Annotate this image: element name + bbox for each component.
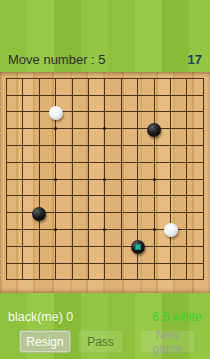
intersection[interactable] [80, 238, 96, 255]
intersection[interactable] [146, 255, 162, 272]
intersection[interactable] [146, 171, 162, 188]
intersection[interactable] [130, 137, 146, 154]
intersection[interactable] [15, 271, 31, 288]
intersection[interactable] [64, 137, 80, 154]
intersection[interactable] [97, 87, 113, 104]
intersection[interactable] [80, 187, 96, 204]
star-point [54, 127, 57, 130]
intersection[interactable] [195, 104, 210, 121]
move-number-label: Move number : 5 [8, 52, 106, 68]
intersection[interactable] [64, 87, 80, 104]
intersection[interactable] [80, 120, 96, 137]
intersection[interactable] [130, 204, 146, 221]
intersection[interactable] [113, 187, 129, 204]
intersection[interactable] [195, 171, 210, 188]
intersection[interactable] [195, 238, 210, 255]
intersection[interactable] [31, 137, 47, 154]
intersection[interactable] [130, 104, 146, 121]
intersection[interactable] [130, 255, 146, 272]
intersection[interactable] [97, 271, 113, 288]
intersection[interactable] [146, 72, 162, 87]
intersection[interactable] [162, 187, 178, 204]
intersection[interactable] [31, 87, 47, 104]
intersection[interactable] [146, 238, 162, 255]
intersection[interactable] [64, 221, 80, 238]
intersection[interactable] [162, 171, 178, 188]
intersection[interactable] [31, 187, 47, 204]
intersection[interactable] [179, 204, 195, 221]
intersection[interactable] [113, 154, 129, 171]
intersection[interactable] [179, 238, 195, 255]
intersection[interactable] [64, 120, 80, 137]
intersection[interactable] [195, 271, 210, 288]
intersection[interactable] [15, 87, 31, 104]
intersection[interactable] [64, 104, 80, 121]
intersection[interactable] [97, 120, 113, 137]
intersection[interactable] [80, 171, 96, 188]
intersection[interactable] [179, 120, 195, 137]
intersection[interactable] [130, 171, 146, 188]
intersection[interactable] [97, 255, 113, 272]
star-point [153, 228, 156, 231]
intersection[interactable] [113, 271, 129, 288]
intersection[interactable] [113, 238, 129, 255]
intersection[interactable] [0, 221, 15, 238]
intersection[interactable] [64, 238, 80, 255]
intersection[interactable] [80, 221, 96, 238]
intersection[interactable] [130, 187, 146, 204]
intersection[interactable] [162, 72, 178, 87]
black-player-score: black(me) 0 [8, 310, 73, 325]
intersection[interactable] [48, 255, 64, 272]
intersection[interactable] [179, 271, 195, 288]
intersection[interactable] [15, 204, 31, 221]
intersection[interactable] [162, 221, 178, 238]
intersection[interactable] [15, 72, 31, 87]
timer-counter: 17 [188, 52, 202, 68]
intersection[interactable] [15, 238, 31, 255]
intersection[interactable] [80, 255, 96, 272]
intersection[interactable] [179, 72, 195, 87]
intersection[interactable] [0, 204, 15, 221]
intersection[interactable] [195, 255, 210, 272]
intersection[interactable] [162, 255, 178, 272]
intersection[interactable] [97, 104, 113, 121]
intersection[interactable] [146, 104, 162, 121]
intersection[interactable] [146, 137, 162, 154]
intersection[interactable] [15, 187, 31, 204]
intersection[interactable] [48, 154, 64, 171]
intersection[interactable] [195, 221, 210, 238]
intersection[interactable] [179, 87, 195, 104]
intersection[interactable] [179, 255, 195, 272]
intersection[interactable] [113, 104, 129, 121]
intersection[interactable] [146, 187, 162, 204]
intersection[interactable] [80, 87, 96, 104]
intersection[interactable] [0, 187, 15, 204]
intersection[interactable] [0, 137, 15, 154]
intersection[interactable] [48, 187, 64, 204]
board-grid [0, 72, 210, 288]
intersection[interactable] [64, 171, 80, 188]
star-point [103, 178, 106, 181]
intersection[interactable] [48, 87, 64, 104]
intersection[interactable] [97, 171, 113, 188]
intersection[interactable] [162, 137, 178, 154]
intersection[interactable] [15, 154, 31, 171]
star-point [103, 127, 106, 130]
intersection[interactable] [48, 137, 64, 154]
intersection[interactable] [31, 120, 47, 137]
star-point [103, 228, 106, 231]
intersection[interactable] [97, 221, 113, 238]
white-stone [49, 106, 63, 120]
intersection[interactable] [146, 271, 162, 288]
intersection[interactable] [31, 72, 47, 87]
intersection[interactable] [195, 154, 210, 171]
intersection[interactable] [97, 154, 113, 171]
intersection[interactable] [80, 137, 96, 154]
black-stone [147, 123, 161, 137]
go-board[interactable] [0, 72, 210, 293]
new-game-button[interactable]: New game [140, 330, 195, 353]
intersection[interactable] [0, 271, 15, 288]
intersection[interactable] [130, 154, 146, 171]
intersection[interactable] [15, 120, 31, 137]
intersection[interactable] [31, 204, 47, 221]
intersection[interactable] [31, 104, 47, 121]
intersection[interactable] [48, 271, 64, 288]
star-point [54, 178, 57, 181]
intersection[interactable] [179, 154, 195, 171]
resign-button[interactable]: Resign [19, 330, 71, 353]
black-stone [131, 240, 145, 254]
intersection[interactable] [48, 221, 64, 238]
intersection[interactable] [130, 72, 146, 87]
header: Move number : 5 17 [8, 52, 202, 68]
intersection[interactable] [48, 120, 64, 137]
intersection[interactable] [80, 271, 96, 288]
intersection[interactable] [31, 221, 47, 238]
intersection[interactable] [31, 255, 47, 272]
intersection[interactable] [130, 221, 146, 238]
pass-button[interactable]: Pass [78, 330, 123, 353]
intersection[interactable] [15, 171, 31, 188]
intersection[interactable] [0, 255, 15, 272]
intersection[interactable] [48, 204, 64, 221]
intersection[interactable] [113, 204, 129, 221]
intersection[interactable] [48, 72, 64, 87]
intersection[interactable] [48, 171, 64, 188]
intersection[interactable] [0, 72, 15, 87]
intersection[interactable] [179, 187, 195, 204]
intersection[interactable] [113, 72, 129, 87]
intersection[interactable] [0, 87, 15, 104]
intersection[interactable] [31, 171, 47, 188]
intersection[interactable] [195, 72, 210, 87]
intersection[interactable] [31, 238, 47, 255]
intersection[interactable] [195, 120, 210, 137]
intersection[interactable] [48, 104, 64, 121]
intersection[interactable] [113, 255, 129, 272]
intersection[interactable] [179, 171, 195, 188]
intersection[interactable] [31, 271, 47, 288]
intersection[interactable] [113, 171, 129, 188]
intersection[interactable] [15, 137, 31, 154]
intersection[interactable] [179, 221, 195, 238]
star-point [54, 228, 57, 231]
intersection[interactable] [0, 120, 15, 137]
intersection[interactable] [179, 104, 195, 121]
intersection[interactable] [146, 87, 162, 104]
intersection[interactable] [64, 204, 80, 221]
intersection[interactable] [80, 204, 96, 221]
intersection[interactable] [162, 204, 178, 221]
intersection[interactable] [113, 137, 129, 154]
intersection[interactable] [97, 238, 113, 255]
intersection[interactable] [130, 87, 146, 104]
intersection[interactable] [15, 104, 31, 121]
intersection[interactable] [195, 87, 210, 104]
intersection[interactable] [162, 271, 178, 288]
last-move-marker [135, 244, 141, 250]
intersection[interactable] [162, 104, 178, 121]
intersection[interactable] [15, 255, 31, 272]
intersection[interactable] [162, 120, 178, 137]
white-stone [164, 223, 178, 237]
go-app-screen: Move number : 5 17 black(me) 0 6.5 white… [0, 0, 210, 359]
intersection[interactable] [146, 221, 162, 238]
intersection[interactable] [113, 221, 129, 238]
intersection[interactable] [130, 271, 146, 288]
intersection[interactable] [80, 154, 96, 171]
intersection[interactable] [146, 154, 162, 171]
intersection[interactable] [64, 255, 80, 272]
intersection[interactable] [0, 154, 15, 171]
intersection[interactable] [146, 204, 162, 221]
intersection[interactable] [146, 120, 162, 137]
intersection[interactable] [0, 171, 15, 188]
intersection[interactable] [113, 120, 129, 137]
intersection[interactable] [64, 154, 80, 171]
intersection[interactable] [64, 271, 80, 288]
white-komi-label: 6.5 white [152, 310, 202, 325]
intersection[interactable] [80, 72, 96, 87]
intersection[interactable] [97, 137, 113, 154]
intersection[interactable] [195, 187, 210, 204]
intersection[interactable] [64, 187, 80, 204]
intersection[interactable] [0, 104, 15, 121]
intersection[interactable] [130, 238, 146, 255]
intersection[interactable] [162, 238, 178, 255]
intersection[interactable] [179, 137, 195, 154]
intersection[interactable] [113, 87, 129, 104]
intersection[interactable] [195, 204, 210, 221]
status-bar: black(me) 0 6.5 white [8, 310, 202, 325]
intersection[interactable] [0, 238, 15, 255]
intersection[interactable] [48, 238, 64, 255]
intersection[interactable] [64, 72, 80, 87]
intersection[interactable] [97, 72, 113, 87]
intersection[interactable] [162, 87, 178, 104]
black-stone [32, 207, 46, 221]
intersection[interactable] [97, 187, 113, 204]
intersection[interactable] [31, 154, 47, 171]
star-point [153, 178, 156, 181]
intersection[interactable] [195, 137, 210, 154]
intersection[interactable] [162, 154, 178, 171]
intersection[interactable] [130, 120, 146, 137]
intersection[interactable] [15, 221, 31, 238]
intersection[interactable] [97, 204, 113, 221]
intersection[interactable] [80, 104, 96, 121]
